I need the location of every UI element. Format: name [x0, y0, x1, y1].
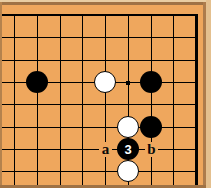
grid-line-v-4 [105, 14, 106, 185]
grid-line-v-0 [14, 14, 15, 185]
grid-line-v-6 [151, 14, 152, 185]
label-b: b [145, 142, 158, 157]
black-stone [140, 116, 162, 138]
grid-line-h-7 [2, 171, 198, 172]
move-number: 3 [124, 142, 131, 155]
go-diagram: ab3 [0, 0, 211, 188]
grid-line-h-5 [2, 127, 198, 128]
black-stone [26, 71, 48, 93]
white-stone [117, 116, 139, 138]
grid-line-h-2 [2, 60, 198, 61]
star-point [126, 81, 130, 85]
black-stone [140, 71, 162, 93]
grid-line-v-3 [82, 14, 83, 185]
grid-line-v-7 [173, 14, 174, 185]
grid-line-h-0 [2, 14, 198, 16]
white-stone [117, 160, 139, 182]
grid-line-h-4 [2, 104, 198, 105]
grid-line-v-8 [195, 14, 198, 185]
label-a: a [99, 142, 112, 157]
numbered-stone-3: 3 [117, 138, 139, 160]
grid-line-v-1 [37, 14, 38, 185]
white-stone [94, 71, 116, 93]
goban: ab3 [0, 0, 211, 188]
grid-line-h-1 [2, 37, 198, 38]
grid-line-v-2 [60, 14, 61, 185]
